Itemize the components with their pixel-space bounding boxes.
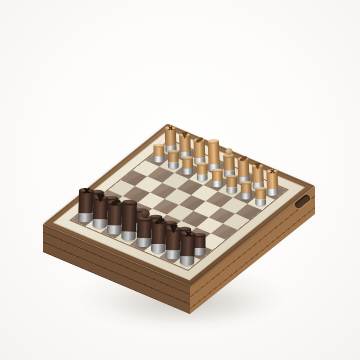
white-bishop bbox=[194, 138, 206, 165]
metal-band bbox=[180, 257, 195, 266]
metal-band bbox=[183, 168, 194, 174]
black-knight bbox=[165, 226, 181, 260]
metal-band bbox=[165, 250, 180, 259]
black-king bbox=[121, 200, 137, 241]
white-rook bbox=[165, 126, 177, 153]
white-queen bbox=[223, 148, 235, 178]
white-rook bbox=[267, 169, 279, 196]
metal-band bbox=[153, 156, 164, 162]
metal-band bbox=[92, 219, 107, 228]
white-pawn bbox=[153, 144, 164, 163]
white-pawn bbox=[197, 162, 208, 181]
metal-band bbox=[241, 193, 252, 199]
metal-band bbox=[121, 232, 136, 241]
black-bishop bbox=[151, 219, 167, 254]
metal-band bbox=[77, 213, 92, 222]
queen-knob bbox=[140, 209, 149, 218]
white-bishop bbox=[238, 157, 250, 184]
wood-body bbox=[122, 202, 137, 232]
white-pawn bbox=[256, 187, 267, 206]
piece-top bbox=[153, 144, 164, 148]
queen-knob bbox=[225, 148, 232, 155]
metal-band bbox=[226, 187, 237, 193]
wood-body bbox=[180, 233, 195, 257]
wood-body bbox=[78, 190, 93, 214]
white-pawn bbox=[226, 175, 237, 194]
wood-body bbox=[151, 221, 166, 245]
piece-top bbox=[168, 150, 179, 154]
metal-band bbox=[212, 181, 223, 187]
metal-band bbox=[193, 248, 206, 255]
black-knight bbox=[92, 195, 108, 229]
metal-band bbox=[136, 238, 151, 247]
wood-body bbox=[107, 202, 122, 226]
metal-band bbox=[268, 189, 279, 196]
piece-top bbox=[183, 156, 194, 160]
product-photo bbox=[0, 0, 360, 360]
piece-top bbox=[212, 168, 223, 172]
metal-band bbox=[197, 175, 208, 181]
white-knight bbox=[179, 133, 191, 159]
wood-body bbox=[208, 141, 220, 165]
white-king bbox=[208, 139, 220, 171]
metal-band bbox=[107, 226, 122, 235]
white-pawn bbox=[183, 156, 194, 175]
white-pawn bbox=[212, 168, 223, 187]
metal-band bbox=[151, 244, 166, 253]
black-rook bbox=[77, 188, 93, 223]
black-rook bbox=[180, 231, 196, 266]
white-pawn bbox=[241, 181, 252, 200]
black-queen bbox=[136, 209, 152, 247]
white-knight bbox=[252, 164, 264, 190]
white-pawn bbox=[168, 150, 179, 169]
piece-top bbox=[226, 175, 237, 179]
metal-band bbox=[256, 199, 267, 205]
piece-top bbox=[241, 181, 252, 185]
metal-band bbox=[168, 162, 179, 168]
black-bishop bbox=[107, 200, 123, 235]
top-mark bbox=[166, 126, 175, 131]
